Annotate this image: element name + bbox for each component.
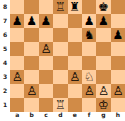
- black-pawn[interactable]: ♟: [26, 15, 37, 27]
- square-e5[interactable]: [68, 42, 82, 56]
- square-h7[interactable]: [111, 14, 125, 28]
- file-label-f: f: [82, 112, 96, 121]
- square-d2[interactable]: [53, 84, 67, 98]
- square-d1[interactable]: ♖: [53, 98, 67, 112]
- white-pawn[interactable]: ♙: [69, 71, 80, 83]
- chess-diagram: 87654321 ♖♜♚♟♟♟♟♟♞♟♙♙♙♘♙♙♙♙♖♔ abcdefgh: [0, 0, 125, 121]
- square-g2[interactable]: ♙: [96, 84, 110, 98]
- square-d8[interactable]: ♖: [53, 0, 67, 14]
- black-pawn[interactable]: ♟: [112, 29, 123, 41]
- square-a7[interactable]: ♟: [10, 14, 24, 28]
- square-c6[interactable]: [39, 28, 53, 42]
- square-b3[interactable]: [24, 70, 38, 84]
- square-h4[interactable]: [111, 56, 125, 70]
- rank-label-5: 5: [0, 42, 10, 56]
- square-f6[interactable]: ♞: [82, 28, 96, 42]
- corner-spacer: [0, 112, 10, 121]
- square-e8[interactable]: ♜: [68, 0, 82, 14]
- square-g8[interactable]: ♚: [96, 0, 110, 14]
- black-king[interactable]: ♚: [98, 1, 109, 13]
- file-label-d: d: [53, 112, 67, 121]
- square-b6[interactable]: [24, 28, 38, 42]
- square-c7[interactable]: ♟: [39, 14, 53, 28]
- square-f5[interactable]: [82, 42, 96, 56]
- white-pawn[interactable]: ♙: [112, 85, 123, 97]
- square-d3[interactable]: [53, 70, 67, 84]
- white-king[interactable]: ♔: [98, 99, 109, 111]
- square-g4[interactable]: [96, 56, 110, 70]
- white-rook[interactable]: ♖: [55, 1, 66, 13]
- square-e4[interactable]: [68, 56, 82, 70]
- black-rook[interactable]: ♜: [69, 1, 80, 13]
- rank-label-7: 7: [0, 14, 10, 28]
- square-b5[interactable]: [24, 42, 38, 56]
- square-b1[interactable]: [24, 98, 38, 112]
- square-b7[interactable]: ♟: [24, 14, 38, 28]
- board-frame: 87654321 ♖♜♚♟♟♟♟♟♞♟♙♙♙♘♙♙♙♙♖♔ abcdefgh: [0, 0, 125, 121]
- square-e1[interactable]: [68, 98, 82, 112]
- square-e6[interactable]: [68, 28, 82, 42]
- white-pawn[interactable]: ♙: [98, 85, 109, 97]
- rank-label-1: 1: [0, 98, 10, 112]
- white-pawn[interactable]: ♙: [84, 85, 95, 97]
- square-f4[interactable]: [82, 56, 96, 70]
- square-a1[interactable]: [10, 98, 24, 112]
- square-d4[interactable]: [53, 56, 67, 70]
- square-a5[interactable]: [10, 42, 24, 56]
- square-h1[interactable]: [111, 98, 125, 112]
- square-g3[interactable]: [96, 70, 110, 84]
- file-label-a: a: [10, 112, 24, 121]
- square-f1[interactable]: [82, 98, 96, 112]
- square-c2[interactable]: [39, 84, 53, 98]
- square-g6[interactable]: [96, 28, 110, 42]
- square-d7[interactable]: [53, 14, 67, 28]
- black-pawn[interactable]: ♟: [98, 15, 109, 27]
- square-h8[interactable]: [111, 0, 125, 14]
- white-pawn[interactable]: ♙: [41, 43, 52, 55]
- square-h3[interactable]: [111, 70, 125, 84]
- chess-board: ♖♜♚♟♟♟♟♟♞♟♙♙♙♘♙♙♙♙♖♔: [10, 0, 125, 112]
- square-h2[interactable]: ♙: [111, 84, 125, 98]
- square-e7[interactable]: [68, 14, 82, 28]
- square-d6[interactable]: [53, 28, 67, 42]
- square-c8[interactable]: [39, 0, 53, 14]
- square-f3[interactable]: ♘: [82, 70, 96, 84]
- white-rook[interactable]: ♖: [55, 99, 66, 111]
- square-c3[interactable]: [39, 70, 53, 84]
- square-a6[interactable]: [10, 28, 24, 42]
- square-b8[interactable]: [24, 0, 38, 14]
- file-label-g: g: [96, 112, 110, 121]
- square-g1[interactable]: ♔: [96, 98, 110, 112]
- square-g7[interactable]: ♟: [96, 14, 110, 28]
- square-b2[interactable]: ♙: [24, 84, 38, 98]
- square-c4[interactable]: [39, 56, 53, 70]
- file-labels: abcdefgh: [10, 112, 125, 121]
- square-b4[interactable]: [24, 56, 38, 70]
- rank-labels: 87654321: [0, 0, 10, 112]
- rank-label-4: 4: [0, 56, 10, 70]
- square-c1[interactable]: [39, 98, 53, 112]
- file-label-e: e: [68, 112, 82, 121]
- square-e3[interactable]: ♙: [68, 70, 82, 84]
- square-e2[interactable]: [68, 84, 82, 98]
- black-pawn[interactable]: ♟: [41, 15, 52, 27]
- square-d5[interactable]: [53, 42, 67, 56]
- square-a3[interactable]: ♙: [10, 70, 24, 84]
- square-g5[interactable]: [96, 42, 110, 56]
- square-h5[interactable]: [111, 42, 125, 56]
- file-label-h: h: [111, 112, 125, 121]
- square-h6[interactable]: ♟: [111, 28, 125, 42]
- square-f8[interactable]: [82, 0, 96, 14]
- white-knight[interactable]: ♘: [84, 71, 95, 83]
- white-pawn[interactable]: ♙: [12, 71, 23, 83]
- rank-label-3: 3: [0, 70, 10, 84]
- square-a4[interactable]: [10, 56, 24, 70]
- rank-label-2: 2: [0, 84, 10, 98]
- black-knight[interactable]: ♞: [84, 29, 95, 41]
- rank-label-6: 6: [0, 28, 10, 42]
- square-f2[interactable]: ♙: [82, 84, 96, 98]
- black-pawn[interactable]: ♟: [12, 15, 23, 27]
- square-f7[interactable]: ♟: [82, 14, 96, 28]
- square-a8[interactable]: [10, 0, 24, 14]
- file-label-c: c: [39, 112, 53, 121]
- square-a2[interactable]: [10, 84, 24, 98]
- square-c5[interactable]: ♙: [39, 42, 53, 56]
- rank-label-8: 8: [0, 0, 10, 14]
- black-pawn[interactable]: ♟: [84, 15, 95, 27]
- white-pawn[interactable]: ♙: [26, 85, 37, 97]
- file-label-b: b: [24, 112, 38, 121]
